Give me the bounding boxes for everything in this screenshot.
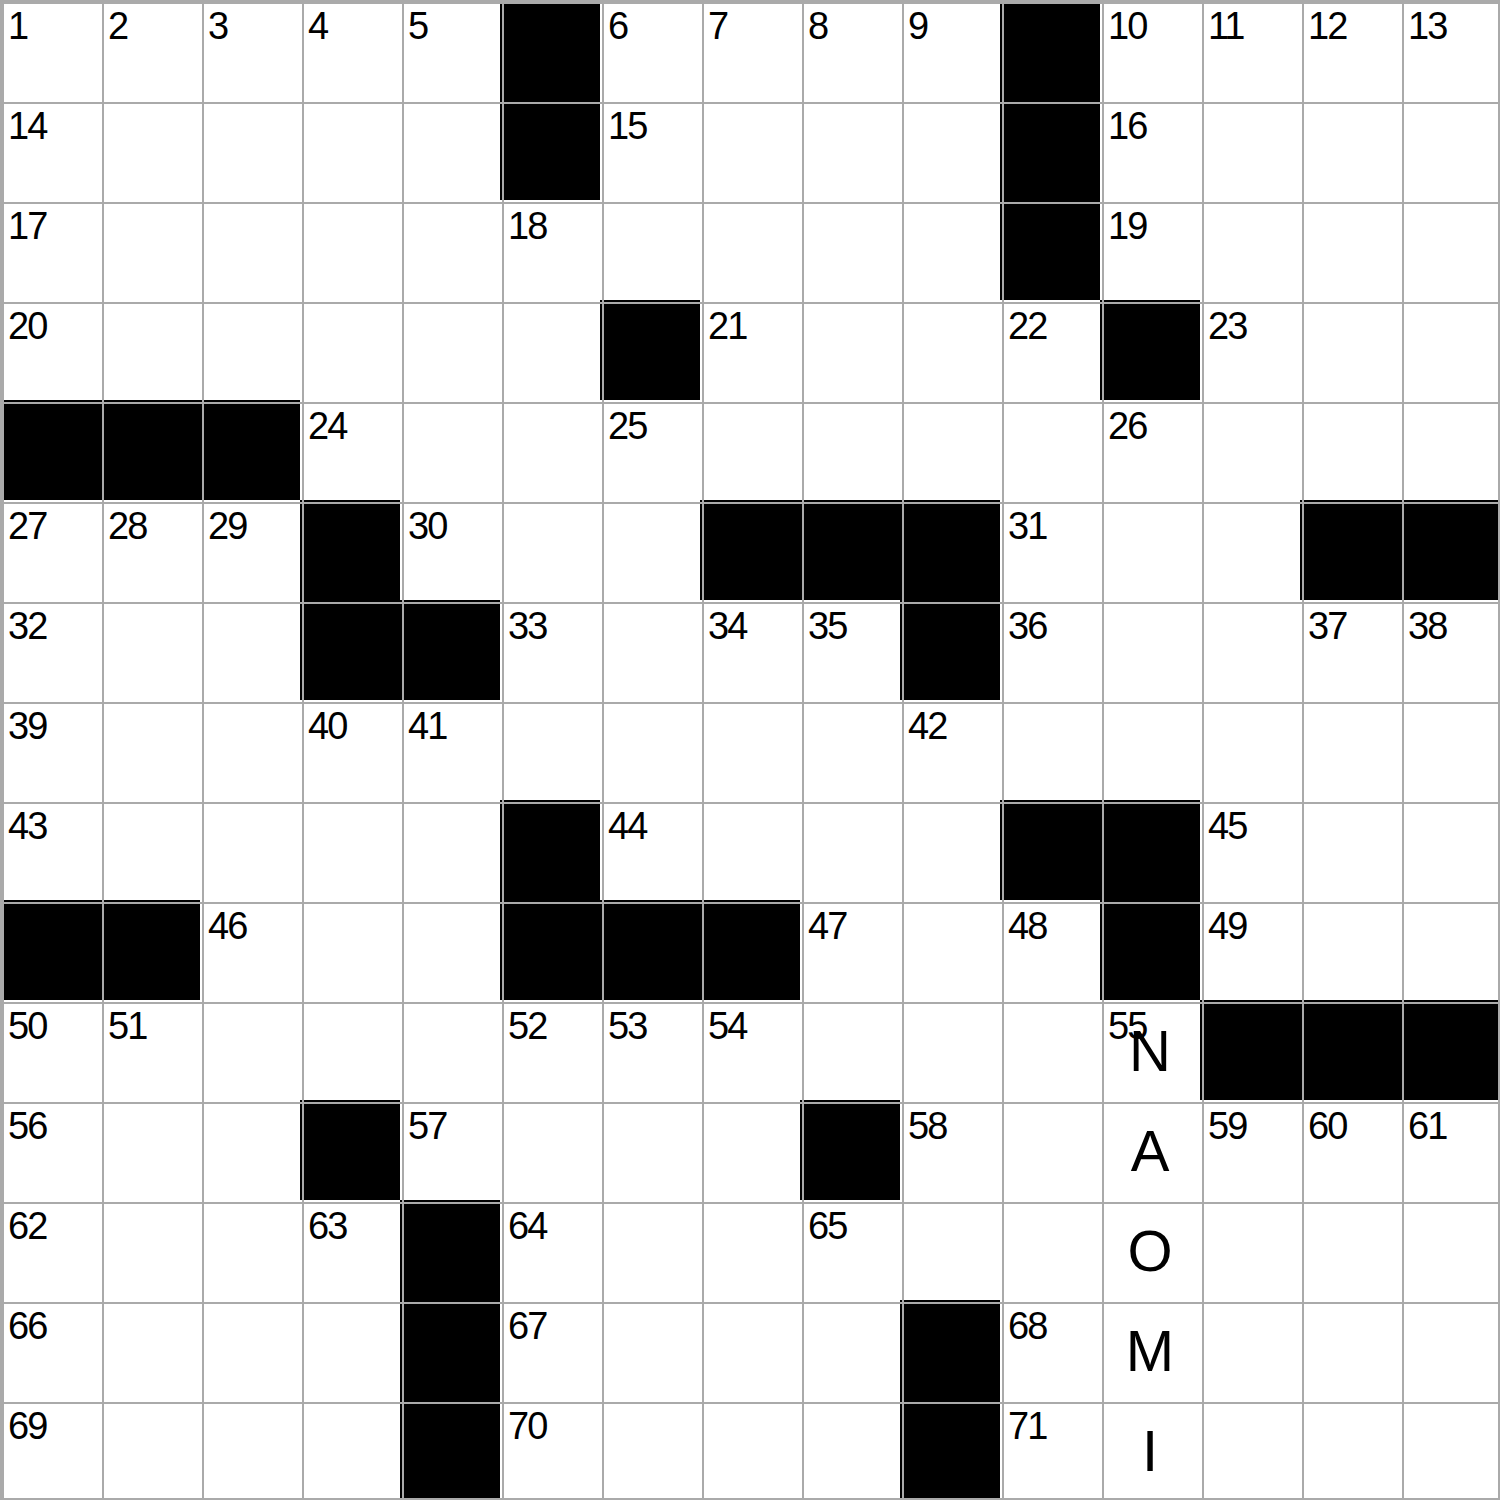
white-cell[interactable] (700, 1300, 800, 1400)
black-cell (500, 0, 600, 100)
white-cell[interactable]: 52 (500, 1000, 600, 1100)
white-cell[interactable] (1300, 1400, 1400, 1500)
clue-number: 20 (8, 307, 46, 345)
clue-number: 63 (308, 1207, 346, 1245)
white-cell[interactable] (1100, 700, 1200, 800)
clue-number: 13 (1408, 7, 1446, 45)
white-cell[interactable] (700, 800, 800, 900)
cell-letter: M (1100, 1300, 1200, 1400)
clue-number: 66 (8, 1307, 46, 1345)
cell-letter: A (1100, 1100, 1200, 1200)
clue-number: 71 (1008, 1407, 1046, 1445)
clue-number: 64 (508, 1207, 546, 1245)
white-cell[interactable]: 30 (400, 500, 500, 600)
black-cell (300, 1100, 400, 1200)
white-cell[interactable]: 69 (0, 1400, 100, 1500)
white-cell[interactable] (600, 500, 700, 600)
white-cell[interactable] (200, 600, 300, 700)
white-cell[interactable]: 13 (1400, 0, 1500, 100)
cell-letter: O (1100, 1200, 1200, 1300)
white-cell[interactable] (1400, 100, 1500, 200)
white-cell[interactable] (800, 100, 900, 200)
white-cell[interactable] (500, 700, 600, 800)
white-cell[interactable]: 56 (0, 1100, 100, 1200)
white-cell[interactable]: 23 (1200, 300, 1300, 400)
clue-number: 26 (1108, 407, 1146, 445)
white-cell[interactable] (1400, 200, 1500, 300)
white-cell[interactable] (100, 300, 200, 400)
white-cell[interactable]: 54 (700, 1000, 800, 1100)
white-cell[interactable] (200, 700, 300, 800)
clue-number: 56 (8, 1107, 46, 1145)
white-cell[interactable] (600, 1200, 700, 1300)
white-cell[interactable] (1400, 1300, 1500, 1400)
black-cell (500, 900, 600, 1000)
clue-number: 8 (808, 7, 827, 45)
white-cell[interactable]: 45 (1200, 800, 1300, 900)
clue-number: 52 (508, 1007, 546, 1045)
clue-number: 16 (1108, 107, 1146, 145)
clue-number: 27 (8, 507, 46, 545)
white-cell[interactable] (1000, 400, 1100, 500)
white-cell[interactable] (700, 700, 800, 800)
clue-number: 9 (908, 7, 927, 45)
white-cell[interactable]: 70 (500, 1400, 600, 1500)
white-cell[interactable]: 29 (200, 500, 300, 600)
black-cell (300, 500, 400, 600)
cell-letter: N (1100, 1000, 1200, 1100)
clue-number: 41 (408, 707, 446, 745)
white-cell[interactable] (1300, 100, 1400, 200)
white-cell[interactable]: O (1100, 1200, 1200, 1300)
white-cell[interactable]: 67 (500, 1300, 600, 1400)
black-cell (1300, 1000, 1400, 1100)
black-cell (700, 500, 800, 600)
white-cell[interactable]: 15 (600, 100, 700, 200)
white-cell[interactable] (300, 800, 400, 900)
white-cell[interactable] (100, 800, 200, 900)
white-cell[interactable] (800, 800, 900, 900)
white-cell[interactable]: 44 (600, 800, 700, 900)
white-cell[interactable] (1300, 700, 1400, 800)
clue-number: 10 (1108, 7, 1146, 45)
white-cell[interactable] (1300, 200, 1400, 300)
white-cell[interactable] (900, 100, 1000, 200)
clue-number: 22 (1008, 307, 1046, 345)
clue-number: 7 (708, 7, 727, 45)
white-cell[interactable] (600, 200, 700, 300)
white-cell[interactable] (600, 600, 700, 700)
clue-number: 28 (108, 507, 146, 545)
black-cell (500, 100, 600, 200)
white-cell[interactable] (1200, 1200, 1300, 1300)
white-cell[interactable] (400, 800, 500, 900)
white-cell[interactable] (900, 300, 1000, 400)
white-cell[interactable] (1300, 900, 1400, 1000)
white-cell[interactable] (200, 300, 300, 400)
white-cell[interactable] (200, 1400, 300, 1500)
white-cell[interactable]: 28 (100, 500, 200, 600)
white-cell[interactable]: 48 (1000, 900, 1100, 1000)
clue-number: 1 (8, 7, 27, 45)
white-cell[interactable]: 65 (800, 1200, 900, 1300)
black-cell (1400, 1000, 1500, 1100)
white-cell[interactable] (200, 1200, 300, 1300)
white-cell[interactable] (400, 300, 500, 400)
white-cell[interactable] (1400, 1200, 1500, 1300)
clue-number: 3 (208, 7, 227, 45)
white-cell[interactable]: 71 (1000, 1400, 1100, 1500)
white-cell[interactable] (1000, 1100, 1100, 1200)
white-cell[interactable] (200, 200, 300, 300)
black-cell (400, 1400, 500, 1500)
white-cell[interactable] (800, 1400, 900, 1500)
black-cell (100, 900, 200, 1000)
clue-number: 57 (408, 1107, 446, 1145)
white-cell[interactable] (1200, 100, 1300, 200)
white-cell[interactable] (1200, 500, 1300, 600)
clue-number: 23 (1208, 307, 1246, 345)
white-cell[interactable]: 18 (500, 200, 600, 300)
white-cell[interactable] (100, 600, 200, 700)
white-cell[interactable] (800, 200, 900, 300)
clue-number: 31 (1008, 507, 1046, 545)
white-cell[interactable]: 5 (400, 0, 500, 100)
black-cell (400, 1200, 500, 1300)
clue-number: 12 (1308, 7, 1346, 45)
clue-number: 48 (1008, 907, 1046, 945)
clue-number: 5 (408, 7, 427, 45)
black-cell (800, 500, 900, 600)
white-cell[interactable] (300, 1400, 400, 1500)
white-cell[interactable] (1100, 600, 1200, 700)
white-cell[interactable]: 2 (100, 0, 200, 100)
white-cell[interactable]: 55N (1100, 1000, 1200, 1100)
white-cell[interactable] (1300, 1300, 1400, 1400)
white-cell[interactable]: 14 (0, 100, 100, 200)
black-cell (1200, 1000, 1300, 1100)
white-cell[interactable] (300, 1300, 400, 1400)
white-cell[interactable]: 39 (0, 700, 100, 800)
white-cell[interactable] (1200, 1400, 1300, 1500)
white-cell[interactable]: 47 (800, 900, 900, 1000)
black-cell (900, 1300, 1000, 1400)
white-cell[interactable] (1300, 300, 1400, 400)
white-cell[interactable]: 40 (300, 700, 400, 800)
white-cell[interactable] (100, 1200, 200, 1300)
white-cell[interactable] (400, 200, 500, 300)
black-cell (1300, 500, 1400, 600)
white-cell[interactable] (500, 400, 600, 500)
white-cell[interactable] (1400, 900, 1500, 1000)
white-cell[interactable] (600, 1300, 700, 1400)
black-cell (1000, 800, 1100, 900)
white-cell[interactable] (200, 1000, 300, 1100)
black-cell (600, 300, 700, 400)
white-cell[interactable]: 43 (0, 800, 100, 900)
white-cell[interactable]: 6 (600, 0, 700, 100)
clue-number: 51 (108, 1007, 146, 1045)
black-cell (900, 600, 1000, 700)
white-cell[interactable] (1200, 200, 1300, 300)
white-cell[interactable] (1000, 1000, 1100, 1100)
clue-number: 69 (8, 1407, 46, 1445)
white-cell[interactable] (800, 1300, 900, 1400)
clue-number: 39 (8, 707, 46, 745)
white-cell[interactable] (100, 200, 200, 300)
white-cell[interactable]: 31 (1000, 500, 1100, 600)
clue-number: 40 (308, 707, 346, 745)
white-cell[interactable] (600, 1100, 700, 1200)
clue-number: 70 (508, 1407, 546, 1445)
clue-number: 2 (108, 7, 127, 45)
white-cell[interactable] (900, 400, 1000, 500)
clue-number: 24 (308, 407, 346, 445)
white-cell[interactable]: 9 (900, 0, 1000, 100)
white-cell[interactable]: 19 (1100, 200, 1200, 300)
white-cell[interactable] (400, 900, 500, 1000)
white-cell[interactable]: 1 (0, 0, 100, 100)
black-cell (1000, 0, 1100, 100)
white-cell[interactable] (400, 1000, 500, 1100)
white-cell[interactable]: 37 (1300, 600, 1400, 700)
white-cell[interactable] (500, 500, 600, 600)
black-cell (1000, 100, 1100, 200)
white-cell[interactable] (400, 100, 500, 200)
black-cell (100, 400, 200, 500)
clue-number: 38 (1408, 607, 1446, 645)
white-cell[interactable]: 24 (300, 400, 400, 500)
black-cell (700, 900, 800, 1000)
clue-number: 30 (408, 507, 446, 545)
white-cell[interactable]: 8 (800, 0, 900, 100)
white-cell[interactable] (1300, 800, 1400, 900)
white-cell[interactable]: 33 (500, 600, 600, 700)
white-cell[interactable]: I (1100, 1400, 1200, 1500)
white-cell[interactable] (800, 1000, 900, 1100)
white-cell[interactable]: 17 (0, 200, 100, 300)
white-cell[interactable] (200, 100, 300, 200)
white-cell[interactable] (700, 1100, 800, 1200)
white-cell[interactable]: 60 (1300, 1100, 1400, 1200)
black-cell (0, 400, 100, 500)
clue-number: 17 (8, 207, 46, 245)
white-cell[interactable]: 34 (700, 600, 800, 700)
black-cell (900, 500, 1000, 600)
white-cell[interactable] (200, 1100, 300, 1200)
clue-number: 4 (308, 7, 327, 45)
black-cell (600, 900, 700, 1000)
white-cell[interactable] (300, 1000, 400, 1100)
clue-number: 53 (608, 1007, 646, 1045)
white-cell[interactable]: 4 (300, 0, 400, 100)
cell-letter: I (1100, 1400, 1200, 1500)
clue-number: 45 (1208, 807, 1246, 845)
white-cell[interactable]: 12 (1300, 0, 1400, 100)
white-cell[interactable] (1400, 400, 1500, 500)
clue-number: 62 (8, 1207, 46, 1245)
white-cell[interactable] (900, 200, 1000, 300)
clue-number: 34 (708, 607, 746, 645)
clue-number: 68 (1008, 1307, 1046, 1345)
white-cell[interactable]: 11 (1200, 0, 1300, 100)
white-cell[interactable] (300, 300, 400, 400)
clue-number: 18 (508, 207, 546, 245)
white-cell[interactable]: A (1100, 1100, 1200, 1200)
white-cell[interactable] (300, 200, 400, 300)
white-cell[interactable] (1200, 1300, 1300, 1400)
white-cell[interactable] (900, 900, 1000, 1000)
clue-number: 60 (1308, 1107, 1346, 1145)
clue-number: 46 (208, 907, 246, 945)
clue-number: 37 (1308, 607, 1346, 645)
clue-number: 29 (208, 507, 246, 545)
white-cell[interactable] (100, 1400, 200, 1500)
white-cell[interactable] (700, 1400, 800, 1500)
clue-number: 33 (508, 607, 546, 645)
white-cell[interactable] (1200, 400, 1300, 500)
clue-number: 6 (608, 7, 627, 45)
clue-number: 11 (1208, 7, 1243, 45)
white-cell[interactable]: 42 (900, 700, 1000, 800)
white-cell[interactable]: 66 (0, 1300, 100, 1400)
white-cell[interactable]: 64 (500, 1200, 600, 1300)
white-cell[interactable] (1200, 700, 1300, 800)
black-cell (1100, 800, 1200, 900)
white-cell[interactable] (700, 1200, 800, 1300)
clue-number: 36 (1008, 607, 1046, 645)
white-cell[interactable] (1400, 1400, 1500, 1500)
clue-number: 54 (708, 1007, 746, 1045)
white-cell[interactable] (900, 1200, 1000, 1300)
white-cell[interactable]: 46 (200, 900, 300, 1000)
clue-number: 49 (1208, 907, 1246, 945)
white-cell[interactable]: 21 (700, 300, 800, 400)
white-cell[interactable] (100, 100, 200, 200)
black-cell (900, 1400, 1000, 1500)
white-cell[interactable] (600, 700, 700, 800)
white-cell[interactable] (100, 1300, 200, 1400)
black-cell (300, 600, 400, 700)
black-cell (800, 1100, 900, 1200)
white-cell[interactable]: 22 (1000, 300, 1100, 400)
clue-number: 65 (808, 1207, 846, 1245)
white-cell[interactable]: 51 (100, 1000, 200, 1100)
white-cell[interactable] (500, 1100, 600, 1200)
white-cell[interactable]: 62 (0, 1200, 100, 1300)
white-cell[interactable] (1200, 600, 1300, 700)
white-cell[interactable] (800, 700, 900, 800)
white-cell[interactable]: 41 (400, 700, 500, 800)
white-cell[interactable]: 27 (0, 500, 100, 600)
white-cell[interactable]: 25 (600, 400, 700, 500)
black-cell (1100, 900, 1200, 1000)
white-cell[interactable]: 3 (200, 0, 300, 100)
white-cell[interactable]: 20 (0, 300, 100, 400)
white-cell[interactable]: 16 (1100, 100, 1200, 200)
white-cell[interactable] (100, 700, 200, 800)
white-cell[interactable]: 26 (1100, 400, 1200, 500)
white-cell[interactable]: 35 (800, 600, 900, 700)
clue-number: 50 (8, 1007, 46, 1045)
white-cell[interactable]: 63 (300, 1200, 400, 1300)
clue-number: 44 (608, 807, 646, 845)
black-cell (500, 800, 600, 900)
black-cell (400, 1300, 500, 1400)
white-cell[interactable] (700, 100, 800, 200)
black-cell (400, 600, 500, 700)
white-cell[interactable]: 57 (400, 1100, 500, 1200)
white-cell[interactable] (1100, 500, 1200, 600)
clue-number: 35 (808, 607, 846, 645)
white-cell[interactable]: 53 (600, 1000, 700, 1100)
clue-number: 47 (808, 907, 846, 945)
white-cell[interactable]: M (1100, 1300, 1200, 1400)
white-cell[interactable] (800, 400, 900, 500)
white-cell[interactable]: 32 (0, 600, 100, 700)
white-cell[interactable] (1300, 400, 1400, 500)
white-cell[interactable]: 10 (1100, 0, 1200, 100)
white-cell[interactable]: 68 (1000, 1300, 1100, 1400)
black-cell (1400, 500, 1500, 600)
white-cell[interactable]: 58 (900, 1100, 1000, 1200)
clue-number: 58 (908, 1107, 946, 1145)
white-cell[interactable]: 50 (0, 1000, 100, 1100)
white-cell[interactable] (200, 1300, 300, 1400)
white-cell[interactable]: 38 (1400, 600, 1500, 700)
white-cell[interactable] (700, 400, 800, 500)
white-cell[interactable] (300, 100, 400, 200)
white-cell[interactable]: 59 (1200, 1100, 1300, 1200)
clue-number: 67 (508, 1307, 546, 1345)
clue-number: 25 (608, 407, 646, 445)
white-cell[interactable] (200, 800, 300, 900)
white-cell[interactable] (500, 300, 600, 400)
white-cell[interactable] (1400, 300, 1500, 400)
white-cell[interactable] (1000, 1200, 1100, 1300)
white-cell[interactable] (1300, 1200, 1400, 1300)
black-cell (0, 900, 100, 1000)
white-cell[interactable]: 49 (1200, 900, 1300, 1000)
clue-number: 32 (8, 607, 46, 645)
white-cell[interactable] (600, 1400, 700, 1500)
white-cell[interactable]: 7 (700, 0, 800, 100)
white-cell[interactable] (1400, 700, 1500, 800)
white-cell[interactable] (900, 1000, 1000, 1100)
black-cell (200, 400, 300, 500)
white-cell[interactable] (900, 800, 1000, 900)
black-cell (1000, 200, 1100, 300)
white-cell[interactable] (700, 200, 800, 300)
white-cell[interactable] (800, 300, 900, 400)
clue-number: 21 (708, 307, 746, 345)
clue-number: 42 (908, 707, 946, 745)
white-cell[interactable] (1000, 700, 1100, 800)
white-cell[interactable] (1400, 800, 1500, 900)
clue-number: 59 (1208, 1107, 1246, 1145)
white-cell[interactable] (400, 400, 500, 500)
black-cell (1100, 300, 1200, 400)
white-cell[interactable] (300, 900, 400, 1000)
clue-number: 14 (8, 107, 46, 145)
clue-number: 43 (8, 807, 46, 845)
white-cell[interactable]: 61 (1400, 1100, 1500, 1200)
clue-number: 15 (608, 107, 646, 145)
white-cell[interactable] (100, 1100, 200, 1200)
clue-number: 19 (1108, 207, 1146, 245)
white-cell[interactable]: 36 (1000, 600, 1100, 700)
clue-number: 61 (1408, 1107, 1446, 1145)
